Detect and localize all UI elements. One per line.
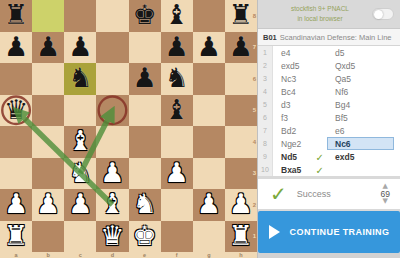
rank-coordinate: 4: [253, 139, 256, 145]
toggle-knob: [374, 10, 383, 19]
move-number: 8: [258, 137, 273, 150]
chess-board: ♜♚♝♜8♟♟♟♟♟♟7♞♟♞6♛♝5♝4♞♟♟3♟♟♟♝♞♟♟2♜♛♚♜1 a…: [0, 0, 257, 258]
square-d7[interactable]: [96, 32, 128, 64]
move-number: 2: [258, 59, 273, 72]
piece-black-king[interactable]: ♚: [132, 1, 156, 28]
square-h1[interactable]: ♜1: [225, 221, 257, 253]
square-b3[interactable]: [32, 158, 64, 190]
piece-white-pawn[interactable]: ♟: [229, 190, 253, 217]
file-coordinate: f: [161, 252, 193, 258]
rank-coordinate: 1: [253, 233, 256, 239]
square-f1[interactable]: [161, 221, 193, 253]
square-e6[interactable]: ♟: [129, 63, 161, 95]
move-black-1[interactable]: d5: [327, 46, 400, 59]
panel-bottom-strip: [258, 253, 400, 258]
square-f4[interactable]: [161, 126, 193, 158]
square-a4[interactable]: [0, 126, 32, 158]
piece-white-king[interactable]: ♚: [132, 222, 156, 249]
square-f2[interactable]: [161, 189, 193, 221]
square-c8[interactable]: [64, 0, 96, 32]
piece-white-pawn[interactable]: ♟: [4, 190, 28, 217]
piece-black-knight[interactable]: ♞: [68, 64, 92, 91]
move-row: 3Nc3Qa5: [258, 72, 400, 85]
piece-white-pawn[interactable]: ♟: [68, 190, 92, 217]
piece-black-pawn[interactable]: ♟: [68, 33, 92, 60]
square-h2[interactable]: ♟2: [225, 189, 257, 221]
square-c2[interactable]: ♟: [64, 189, 96, 221]
piece-white-bishop[interactable]: ♝: [68, 127, 92, 154]
move-black-5[interactable]: Bg4: [327, 98, 400, 111]
move-white-10[interactable]: Bxa5✓: [273, 163, 327, 176]
move-row: 4Bc4Nf6: [258, 85, 400, 98]
square-d1[interactable]: ♛: [96, 221, 128, 253]
square-b1[interactable]: [32, 221, 64, 253]
piece-black-knight[interactable]: ♞: [165, 64, 189, 91]
square-h7[interactable]: ♟7: [225, 32, 257, 64]
panel-spacer: [258, 176, 400, 178]
square-e7[interactable]: [129, 32, 161, 64]
rank-coordinate: 6: [253, 76, 256, 82]
piece-white-knight[interactable]: ♞: [132, 190, 156, 217]
move-black-8-current[interactable]: Nc6: [327, 137, 394, 150]
file-coordinate: a: [0, 252, 32, 258]
square-e2[interactable]: ♞: [129, 189, 161, 221]
correct-move-check-icon: ✓: [316, 151, 324, 162]
move-row: 5d3Bg4: [258, 98, 400, 111]
square-h3[interactable]: 3: [225, 158, 257, 190]
square-h8[interactable]: ♜8: [225, 0, 257, 32]
square-g4[interactable]: [193, 126, 225, 158]
square-g7[interactable]: ♟: [193, 32, 225, 64]
piece-black-rook[interactable]: ♜: [229, 1, 253, 28]
square-c3[interactable]: ♞: [64, 158, 96, 190]
square-e4[interactable]: [129, 126, 161, 158]
square-h6[interactable]: 6: [225, 63, 257, 95]
move-white-3[interactable]: Nc3: [273, 72, 327, 85]
move-row: 10Bxa5✓: [258, 163, 400, 176]
move-white-9[interactable]: Nd5✓: [273, 150, 327, 163]
square-c5[interactable]: [64, 95, 96, 127]
square-b4[interactable]: [32, 126, 64, 158]
move-row: 2exd5Qxd5: [258, 59, 400, 72]
piece-white-pawn[interactable]: ♟: [100, 159, 124, 186]
move-black-4[interactable]: Nf6: [327, 85, 400, 98]
square-c4[interactable]: ♝: [64, 126, 96, 158]
square-f6[interactable]: ♞: [161, 63, 193, 95]
continue-training-label: CONTINUE TRAINING: [290, 227, 390, 237]
piece-black-pawn[interactable]: ♟: [4, 33, 28, 60]
square-d4[interactable]: [96, 126, 128, 158]
piece-black-pawn[interactable]: ♟: [36, 33, 60, 60]
move-number: 3: [258, 72, 273, 85]
success-label: Success: [297, 189, 381, 199]
move-list: 1e4d52exd5Qxd53Nc3Qa54Bc4Nf65d3Bg46f3Bf5…: [258, 46, 400, 176]
file-coordinate: g: [193, 252, 225, 258]
piece-white-knight[interactable]: ♞: [68, 159, 92, 186]
opening-code: B01: [263, 33, 277, 42]
piece-black-pawn[interactable]: ♟: [165, 33, 189, 60]
square-d5[interactable]: [96, 95, 128, 127]
move-number: 10: [258, 163, 273, 176]
score-stepper: ▲ 69 ▼: [381, 183, 390, 206]
move-number: 1: [258, 46, 273, 59]
engine-toggle[interactable]: [372, 8, 394, 20]
square-a8[interactable]: ♜: [0, 0, 32, 32]
file-coordinate: c: [64, 252, 96, 258]
square-f3[interactable]: ♟: [161, 158, 193, 190]
square-a2[interactable]: ♟: [0, 189, 32, 221]
piece-black-rook[interactable]: ♜: [4, 1, 28, 28]
piece-black-bishop[interactable]: ♝: [165, 96, 189, 123]
move-row: 1e4d5: [258, 46, 400, 59]
engine-location: in local browser: [268, 14, 372, 24]
board-squares: ♜♚♝♜8♟♟♟♟♟♟7♞♟♞6♛♝5♝4♞♟♟3♟♟♟♝♞♟♟2♜♛♚♜1: [0, 0, 257, 252]
square-e1[interactable]: ♚: [129, 221, 161, 253]
square-d3[interactable]: ♟: [96, 158, 128, 190]
move-black-9[interactable]: exd5: [327, 150, 400, 163]
square-a7[interactable]: ♟: [0, 32, 32, 64]
move-white-5[interactable]: d3: [273, 98, 327, 111]
square-b7[interactable]: ♟: [32, 32, 64, 64]
move-row: 9Nd5✓exd5: [258, 150, 400, 163]
square-d8[interactable]: [96, 0, 128, 32]
square-d6[interactable]: [96, 63, 128, 95]
engine-info: stockfish 9+ PNACL in local browser: [268, 4, 372, 24]
move-row: 7Bd2e6: [258, 124, 400, 137]
side-panel: stockfish 9+ PNACL in local browser B01 …: [257, 0, 400, 258]
rank-coordinate: 8: [253, 13, 256, 19]
square-g2[interactable]: ♟: [193, 189, 225, 221]
result-row: ✓ Success ▲ 69 ▼: [258, 179, 400, 209]
square-c7[interactable]: ♟: [64, 32, 96, 64]
move-white-2[interactable]: exd5: [273, 59, 327, 72]
square-a5[interactable]: ♛: [0, 95, 32, 127]
opening-header: B01 Scandinavian Defense: Main Line: [258, 29, 400, 46]
square-a1[interactable]: ♜: [0, 221, 32, 253]
move-row: 8Nge2Nc6: [258, 137, 400, 150]
square-b8[interactable]: [32, 0, 64, 32]
engine-name: stockfish 9+ PNACL: [268, 4, 372, 14]
square-h4[interactable]: 4: [225, 126, 257, 158]
piece-black-pawn[interactable]: ♟: [229, 33, 253, 60]
square-b2[interactable]: ♟: [32, 189, 64, 221]
piece-white-pawn[interactable]: ♟: [165, 159, 189, 186]
rank-coordinate: 3: [253, 170, 256, 176]
stepper-down-icon[interactable]: ▼: [383, 198, 388, 205]
move-white-6[interactable]: f3: [273, 111, 327, 124]
square-g5[interactable]: [193, 95, 225, 127]
engine-bar: stockfish 9+ PNACL in local browser: [258, 0, 400, 29]
move-black-2[interactable]: Qxd5: [327, 59, 400, 72]
square-g6[interactable]: [193, 63, 225, 95]
move-black-3[interactable]: Qa5: [327, 72, 400, 85]
piece-black-pawn[interactable]: ♟: [132, 64, 156, 91]
move-white-8[interactable]: Nge2: [273, 137, 327, 150]
file-coordinate: h: [225, 252, 257, 258]
square-g8[interactable]: [193, 0, 225, 32]
square-c6[interactable]: ♞: [64, 63, 96, 95]
piece-white-rook[interactable]: ♜: [229, 222, 253, 249]
square-f8[interactable]: ♝: [161, 0, 193, 32]
square-a6[interactable]: [0, 63, 32, 95]
square-e5[interactable]: [129, 95, 161, 127]
move-white-4[interactable]: Bc4: [273, 85, 327, 98]
square-d2[interactable]: ♝: [96, 189, 128, 221]
square-h5[interactable]: 5: [225, 95, 257, 127]
opening-name: Scandinavian Defense: Main Line: [280, 33, 392, 42]
move-white-7[interactable]: Bd2: [273, 124, 327, 137]
file-coordinate: d: [96, 252, 128, 258]
move-black-6[interactable]: Bf5: [327, 111, 400, 124]
move-row: 6f3Bf5: [258, 111, 400, 124]
move-number: 7: [258, 124, 273, 137]
rank-coordinate: 2: [253, 202, 256, 208]
rank-coordinate: 7: [253, 44, 256, 50]
success-check-icon: ✓: [270, 184, 287, 204]
square-g1[interactable]: [193, 221, 225, 253]
file-coordinate: e: [129, 252, 161, 258]
square-b5[interactable]: [32, 95, 64, 127]
file-coordinate: b: [32, 252, 64, 258]
piece-black-pawn[interactable]: ♟: [197, 33, 221, 60]
piece-white-queen[interactable]: ♛: [100, 222, 124, 249]
move-number: 6: [258, 111, 273, 124]
square-f7[interactable]: ♟: [161, 32, 193, 64]
continue-training-button[interactable]: CONTINUE TRAINING: [258, 211, 400, 253]
move-number: 5: [258, 98, 273, 111]
piece-black-bishop[interactable]: ♝: [165, 1, 189, 28]
correct-move-check-icon: ✓: [316, 164, 324, 175]
square-e8[interactable]: ♚: [129, 0, 161, 32]
square-a3[interactable]: [0, 158, 32, 190]
square-e3[interactable]: [129, 158, 161, 190]
piece-white-pawn[interactable]: ♟: [36, 190, 60, 217]
move-number: 4: [258, 85, 273, 98]
file-coordinates: abcdefgh: [0, 252, 257, 258]
move-number: 9: [258, 150, 273, 163]
opening-trainer-app: ♜♚♝♜8♟♟♟♟♟♟7♞♟♞6♛♝5♝4♞♟♟3♟♟♟♝♞♟♟2♜♛♚♜1 a…: [0, 0, 400, 258]
rank-coordinate: 5: [253, 107, 256, 113]
piece-black-queen[interactable]: ♛: [4, 96, 28, 123]
piece-white-bishop[interactable]: ♝: [100, 190, 124, 217]
move-black-10[interactable]: [327, 163, 400, 176]
move-white-1[interactable]: e4: [273, 46, 327, 59]
square-g3[interactable]: [193, 158, 225, 190]
play-icon: [269, 225, 280, 239]
square-f5[interactable]: ♝: [161, 95, 193, 127]
piece-white-rook[interactable]: ♜: [4, 222, 28, 249]
square-c1[interactable]: [64, 221, 96, 253]
square-b6[interactable]: [32, 63, 64, 95]
move-black-7[interactable]: e6: [327, 124, 400, 137]
piece-white-pawn[interactable]: ♟: [197, 190, 221, 217]
